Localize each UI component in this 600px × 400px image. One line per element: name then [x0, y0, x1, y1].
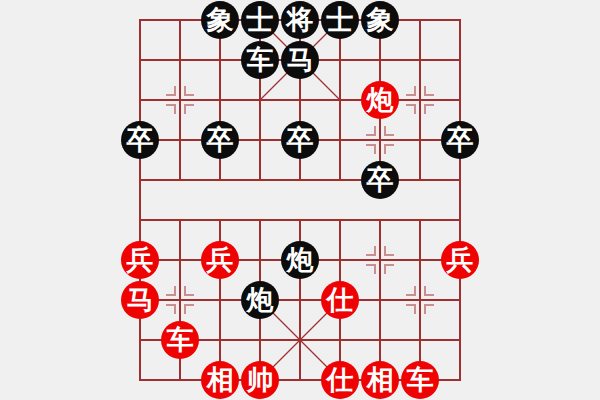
piece-red-cannon[interactable]: 炮 [361, 81, 399, 119]
piece-black-pawn[interactable]: 卒 [121, 121, 159, 159]
piece-black-cannon[interactable]: 炮 [281, 241, 319, 279]
piece-black-pawn[interactable]: 卒 [281, 121, 319, 159]
piece-black-cannon[interactable]: 炮 [241, 281, 279, 319]
piece-red-pawn[interactable]: 兵 [441, 241, 479, 279]
piece-red-horse[interactable]: 马 [121, 281, 159, 319]
piece-black-king[interactable]: 将 [281, 1, 319, 39]
piece-red-elephant[interactable]: 相 [361, 361, 399, 399]
piece-red-advisor[interactable]: 仕 [321, 361, 359, 399]
piece-black-elephant[interactable]: 象 [201, 1, 239, 39]
piece-red-pawn[interactable]: 兵 [201, 241, 239, 279]
piece-red-pawn[interactable]: 兵 [121, 241, 159, 279]
piece-black-elephant[interactable]: 象 [361, 1, 399, 39]
piece-red-advisor[interactable]: 仕 [321, 281, 359, 319]
piece-black-pawn[interactable]: 卒 [201, 121, 239, 159]
piece-black-pawn[interactable]: 卒 [361, 161, 399, 199]
piece-black-chariot[interactable]: 车 [241, 41, 279, 79]
piece-black-horse[interactable]: 马 [281, 41, 319, 79]
piece-black-advisor[interactable]: 士 [321, 1, 359, 39]
xiangqi-board[interactable]: 象士将士象车马炮卒卒卒卒卒兵兵炮兵马炮仕车相帅仕相车 [0, 0, 600, 400]
xiangqi-app: 象士将士象车马炮卒卒卒卒卒兵兵炮兵马炮仕车相帅仕相车 [0, 0, 600, 400]
piece-red-chariot[interactable]: 车 [161, 321, 199, 359]
piece-black-pawn[interactable]: 卒 [441, 121, 479, 159]
piece-red-king[interactable]: 帅 [241, 361, 279, 399]
piece-red-chariot[interactable]: 车 [401, 361, 439, 399]
pieces-layer: 象士将士象车马炮卒卒卒卒卒兵兵炮兵马炮仕车相帅仕相车 [120, 0, 480, 400]
piece-red-elephant[interactable]: 相 [201, 361, 239, 399]
piece-black-advisor[interactable]: 士 [241, 1, 279, 39]
